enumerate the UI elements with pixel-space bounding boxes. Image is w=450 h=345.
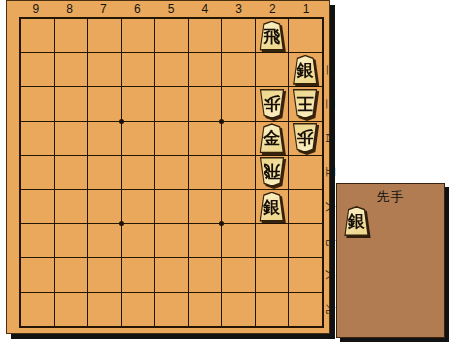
piece-body: 銀 — [343, 206, 370, 236]
board-cell[interactable] — [55, 19, 88, 52]
rank-label: 七 — [324, 235, 336, 247]
rank-label: 九 — [324, 303, 336, 315]
board-cell[interactable] — [222, 258, 255, 291]
piece-body: 銀 — [258, 192, 285, 222]
board-cell[interactable] — [55, 258, 88, 291]
rank-label: 六 — [324, 201, 336, 213]
rank-label: 八 — [324, 269, 336, 281]
board-cell[interactable] — [122, 190, 155, 223]
piece-kanji: 飛 — [258, 162, 285, 182]
board-cell[interactable] — [189, 53, 222, 86]
board-cell[interactable] — [155, 122, 188, 155]
shogi-board-panel: 987654321 一二三四五六七八九飛銀歩王金歩飛銀 — [6, 0, 330, 334]
board-cell[interactable] — [289, 224, 322, 257]
piece-body: 飛 — [258, 21, 285, 51]
board-cell[interactable] — [222, 190, 255, 223]
board-cell[interactable] — [122, 19, 155, 52]
board-cell[interactable] — [289, 156, 322, 189]
board-cell[interactable] — [222, 19, 255, 52]
board-cell[interactable] — [88, 293, 121, 326]
piece-body: 飛 — [258, 157, 285, 187]
piece-kanji: 歩 — [292, 128, 319, 148]
shogi-piece-歩[interactable]: 歩 — [258, 89, 285, 119]
piece-kanji: 飛 — [258, 26, 285, 46]
file-label: 5 — [154, 2, 188, 16]
board-cell[interactable] — [88, 87, 121, 120]
board-cell[interactable] — [122, 258, 155, 291]
shogi-piece-王[interactable]: 王 — [292, 89, 319, 119]
board-cell[interactable] — [222, 53, 255, 86]
board-cell[interactable] — [88, 122, 121, 155]
board-cell[interactable] — [222, 224, 255, 257]
board-cell[interactable] — [55, 190, 88, 223]
shogi-piece-銀[interactable]: 銀 — [343, 206, 370, 236]
board-cell[interactable] — [122, 122, 155, 155]
board-cell[interactable] — [222, 122, 255, 155]
board-cell[interactable] — [88, 156, 121, 189]
piece-body: 歩 — [292, 123, 319, 153]
file-label: 4 — [188, 2, 222, 16]
board-cell[interactable] — [155, 53, 188, 86]
board-cell[interactable] — [21, 53, 54, 86]
board-cell[interactable] — [21, 293, 54, 326]
sente-komadai: 先手 銀 — [336, 183, 445, 338]
board-cell[interactable] — [55, 224, 88, 257]
shogi-piece-飛[interactable]: 飛 — [258, 157, 285, 187]
board-cell[interactable] — [222, 87, 255, 120]
board-cell[interactable] — [256, 53, 289, 86]
board-cell[interactable] — [155, 224, 188, 257]
rank-label: 四 — [324, 132, 336, 144]
hoshi-dot — [219, 119, 224, 124]
board-cell[interactable] — [122, 224, 155, 257]
board-cell[interactable] — [55, 122, 88, 155]
board-cell[interactable] — [189, 122, 222, 155]
board-cell[interactable] — [222, 293, 255, 326]
board-cell[interactable] — [88, 53, 121, 86]
board-cell[interactable] — [55, 87, 88, 120]
board-cell[interactable] — [88, 19, 121, 52]
board-cell[interactable] — [256, 258, 289, 291]
shogi-piece-銀[interactable]: 銀 — [292, 55, 319, 85]
piece-body: 金 — [258, 123, 285, 153]
hoshi-dot — [119, 119, 124, 124]
shogi-piece-金[interactable]: 金 — [258, 123, 285, 153]
board-cell[interactable] — [122, 156, 155, 189]
board-cell[interactable] — [189, 258, 222, 291]
board-cell[interactable] — [289, 190, 322, 223]
board-cell[interactable] — [189, 156, 222, 189]
piece-body: 銀 — [292, 55, 319, 85]
board-cell[interactable] — [189, 19, 222, 52]
sente-label: 先手 — [337, 188, 444, 206]
board-cell[interactable] — [122, 53, 155, 86]
piece-body: 王 — [292, 89, 319, 119]
board-cell[interactable] — [289, 293, 322, 326]
board-cell[interactable] — [122, 293, 155, 326]
board-cell[interactable] — [222, 156, 255, 189]
shogi-piece-飛[interactable]: 飛 — [258, 21, 285, 51]
board-cell[interactable] — [55, 53, 88, 86]
piece-kanji: 銀 — [292, 60, 319, 80]
board-cell[interactable] — [122, 87, 155, 120]
piece-kanji: 銀 — [343, 211, 370, 231]
shogi-app: { "game": "shogi", "diagram_type": "tsum… — [0, 0, 450, 345]
file-label: 6 — [120, 2, 154, 16]
board-cell[interactable] — [189, 190, 222, 223]
hoshi-dot — [119, 221, 124, 226]
file-label: 3 — [222, 2, 256, 16]
board-cell[interactable] — [256, 224, 289, 257]
board-cell[interactable] — [155, 156, 188, 189]
board-cell[interactable] — [256, 293, 289, 326]
file-label: 7 — [87, 2, 121, 16]
file-label: 2 — [255, 2, 289, 16]
board-cell[interactable] — [21, 224, 54, 257]
board-cell[interactable] — [88, 190, 121, 223]
board-cell[interactable] — [21, 19, 54, 52]
piece-body: 歩 — [258, 89, 285, 119]
piece-kanji: 王 — [292, 94, 319, 114]
board-cell[interactable] — [21, 156, 54, 189]
board-cell[interactable] — [155, 87, 188, 120]
board-cell[interactable] — [88, 258, 121, 291]
board-cell[interactable] — [189, 87, 222, 120]
board-cell[interactable] — [88, 224, 121, 257]
board-cell[interactable] — [21, 190, 54, 223]
rank-label: 五 — [324, 166, 336, 178]
piece-kanji: 金 — [258, 128, 285, 148]
file-coordinates: 987654321 — [19, 2, 323, 16]
board-cell[interactable] — [21, 87, 54, 120]
board-cell[interactable] — [155, 293, 188, 326]
rank-label: 二 — [324, 64, 336, 76]
piece-kanji: 歩 — [258, 94, 285, 114]
file-label: 1 — [289, 2, 323, 16]
board-cell[interactable] — [189, 224, 222, 257]
board-cell[interactable] — [21, 122, 54, 155]
board-cell[interactable] — [289, 19, 322, 52]
shogi-piece-銀[interactable]: 銀 — [258, 192, 285, 222]
file-label: 9 — [19, 2, 53, 16]
shogi-piece-歩[interactable]: 歩 — [292, 123, 319, 153]
piece-kanji: 銀 — [258, 197, 285, 217]
board-cell[interactable] — [155, 190, 188, 223]
board-cell[interactable] — [55, 293, 88, 326]
board-cell[interactable] — [189, 293, 222, 326]
board-cell[interactable] — [21, 258, 54, 291]
board-cell[interactable] — [55, 156, 88, 189]
board-cell[interactable] — [289, 258, 322, 291]
board-cell[interactable] — [155, 258, 188, 291]
rank-label: 一 — [324, 30, 336, 42]
board-cell[interactable] — [155, 19, 188, 52]
file-label: 8 — [53, 2, 87, 16]
rank-label: 三 — [324, 98, 336, 110]
